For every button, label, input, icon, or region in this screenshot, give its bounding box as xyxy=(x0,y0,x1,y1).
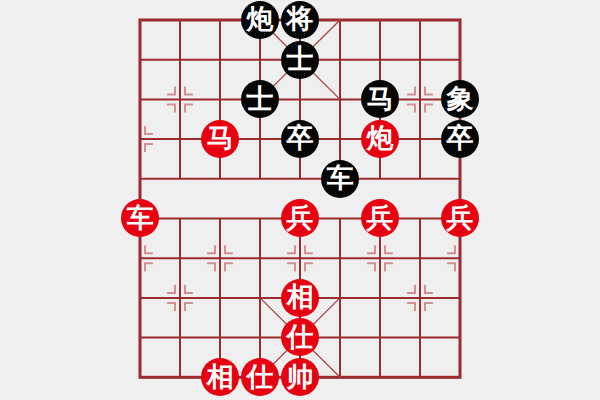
piece-red-general[interactable]: 帅 xyxy=(281,358,319,396)
piece-black-soldier[interactable]: 卒 xyxy=(441,120,479,158)
piece-black-soldier[interactable]: 卒 xyxy=(281,120,319,158)
piece-red-soldier[interactable]: 兵 xyxy=(441,199,479,237)
piece-red-elephant[interactable]: 相 xyxy=(281,279,319,317)
piece-red-advisor[interactable]: 仕 xyxy=(241,358,279,396)
piece-red-chariot[interactable]: 车 xyxy=(121,199,159,237)
piece-black-chariot[interactable]: 车 xyxy=(321,160,359,198)
piece-black-cannon[interactable]: 炮 xyxy=(241,1,279,39)
piece-red-elephant[interactable]: 相 xyxy=(201,358,239,396)
piece-red-soldier[interactable]: 兵 xyxy=(361,199,399,237)
piece-red-advisor[interactable]: 仕 xyxy=(281,318,319,356)
piece-red-horse[interactable]: 马 xyxy=(201,120,239,158)
piece-red-cannon[interactable]: 炮 xyxy=(361,120,399,158)
xiangqi-board: 炮将士士马象马卒炮卒车车兵兵兵相仕相仕帅 xyxy=(0,0,600,400)
piece-black-general[interactable]: 将 xyxy=(281,1,319,39)
piece-black-advisor[interactable]: 士 xyxy=(281,41,319,79)
piece-red-soldier[interactable]: 兵 xyxy=(281,199,319,237)
piece-black-advisor[interactable]: 士 xyxy=(241,80,279,118)
piece-black-elephant[interactable]: 象 xyxy=(441,80,479,118)
piece-black-horse[interactable]: 马 xyxy=(361,80,399,118)
board-intersection-grid[interactable]: 炮将士士马象马卒炮卒车车兵兵兵相仕相仕帅 xyxy=(120,0,480,397)
